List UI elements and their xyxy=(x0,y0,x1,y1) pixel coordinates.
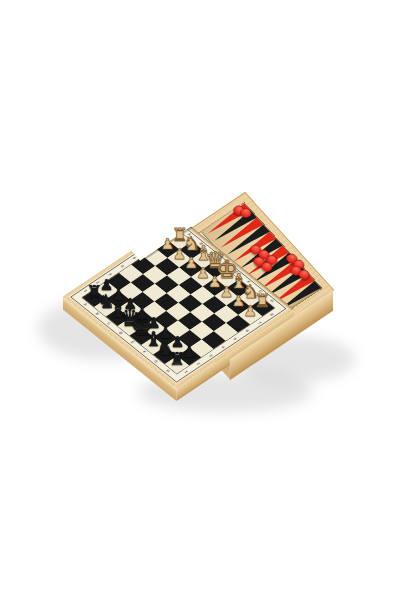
product-photo: AABBCCDDEEFFGGHH8877665544332211 ♜♞♝♛♚♝♞… xyxy=(0,0,400,600)
rank-label: 8 xyxy=(168,232,173,236)
rank-label: 6 xyxy=(144,248,149,252)
rank-label: 7 xyxy=(156,240,161,244)
